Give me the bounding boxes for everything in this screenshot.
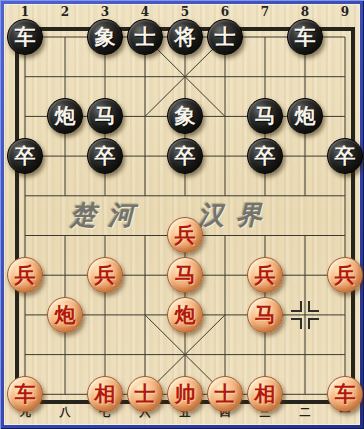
piece-red-soldier[interactable]: 兵 bbox=[7, 257, 43, 293]
piece-red-cannon[interactable]: 炮 bbox=[47, 297, 83, 333]
piece-red-soldier[interactable]: 兵 bbox=[247, 257, 283, 293]
piece-black-chariot[interactable]: 车 bbox=[287, 19, 323, 55]
piece-grid: 车象士将士车炮马象马炮卒卒卒卒卒兵兵兵马兵兵炮炮马车相士帅士相车 bbox=[5, 17, 364, 414]
piece-red-advisor[interactable]: 士 bbox=[127, 376, 163, 412]
last-move-marker bbox=[287, 297, 323, 333]
piece-red-horse[interactable]: 马 bbox=[167, 257, 203, 293]
piece-red-elephant[interactable]: 相 bbox=[87, 376, 123, 412]
piece-black-advisor[interactable]: 士 bbox=[127, 19, 163, 55]
piece-red-general[interactable]: 帅 bbox=[167, 376, 203, 412]
piece-black-advisor[interactable]: 士 bbox=[207, 19, 243, 55]
piece-red-chariot[interactable]: 车 bbox=[327, 376, 363, 412]
xiangqi-board: 123456789 楚河 汉界 车象士将士车炮马象马炮卒卒卒卒卒兵兵兵马兵兵炮炮… bbox=[4, 4, 360, 425]
piece-black-elephant[interactable]: 象 bbox=[167, 98, 203, 134]
piece-black-soldier[interactable]: 卒 bbox=[327, 138, 363, 174]
piece-red-elephant[interactable]: 相 bbox=[247, 376, 283, 412]
piece-black-cannon[interactable]: 炮 bbox=[287, 98, 323, 134]
piece-black-chariot[interactable]: 车 bbox=[7, 19, 43, 55]
xiangqi-window: 123456789 楚河 汉界 车象士将士车炮马象马炮卒卒卒卒卒兵兵兵马兵兵炮炮… bbox=[0, 0, 364, 429]
file-label-bottom-八: 八 bbox=[45, 405, 85, 420]
piece-black-cannon[interactable]: 炮 bbox=[47, 98, 83, 134]
piece-red-cannon[interactable]: 炮 bbox=[167, 297, 203, 333]
piece-red-soldier[interactable]: 兵 bbox=[87, 257, 123, 293]
piece-black-general[interactable]: 将 bbox=[167, 19, 203, 55]
piece-red-soldier[interactable]: 兵 bbox=[167, 217, 203, 253]
piece-red-advisor[interactable]: 士 bbox=[207, 376, 243, 412]
file-label-bottom-二: 二 bbox=[285, 405, 325, 420]
piece-black-elephant[interactable]: 象 bbox=[87, 19, 123, 55]
piece-black-horse[interactable]: 马 bbox=[247, 98, 283, 134]
piece-red-chariot[interactable]: 车 bbox=[7, 376, 43, 412]
piece-black-soldier[interactable]: 卒 bbox=[167, 138, 203, 174]
piece-black-soldier[interactable]: 卒 bbox=[247, 138, 283, 174]
piece-black-soldier[interactable]: 卒 bbox=[87, 138, 123, 174]
piece-black-soldier[interactable]: 卒 bbox=[7, 138, 43, 174]
piece-red-soldier[interactable]: 兵 bbox=[327, 257, 363, 293]
piece-black-horse[interactable]: 马 bbox=[87, 98, 123, 134]
piece-red-horse[interactable]: 马 bbox=[247, 297, 283, 333]
